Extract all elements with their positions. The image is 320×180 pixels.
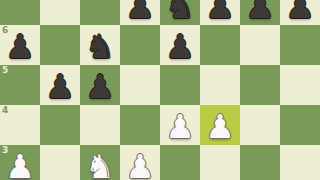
square-e7[interactable]: ♞	[160, 0, 200, 25]
chess-board[interactable]: ♟♞♟♟♟6♟♞♟5♟♟4♟♟3♟♞♟	[0, 0, 320, 180]
square-d4[interactable]	[120, 105, 160, 145]
square-d6[interactable]	[120, 25, 160, 65]
black-pawn-h7[interactable]: ♟	[280, 0, 320, 25]
square-f6[interactable]	[200, 25, 240, 65]
square-d7[interactable]: ♟	[120, 0, 160, 25]
square-h5[interactable]	[280, 65, 320, 105]
square-h4[interactable]	[280, 105, 320, 145]
square-h3[interactable]	[280, 145, 320, 180]
white-pawn-d3[interactable]: ♟	[120, 145, 160, 180]
square-b3[interactable]	[40, 145, 80, 180]
square-b4[interactable]	[40, 105, 80, 145]
square-g4[interactable]	[240, 105, 280, 145]
square-g3[interactable]	[240, 145, 280, 180]
square-f3[interactable]	[200, 145, 240, 180]
square-f7[interactable]: ♟	[200, 0, 240, 25]
black-pawn-c5[interactable]: ♟	[80, 65, 120, 105]
square-a6[interactable]: 6♟	[0, 25, 40, 65]
square-e4[interactable]: ♟	[160, 105, 200, 145]
square-f5[interactable]	[200, 65, 240, 105]
square-d3[interactable]: ♟	[120, 145, 160, 180]
square-g6[interactable]	[240, 25, 280, 65]
board-viewport: ♟♞♟♟♟6♟♞♟5♟♟4♟♟3♟♞♟	[0, 0, 320, 180]
rank-label-4: 4	[2, 106, 8, 115]
square-c4[interactable]	[80, 105, 120, 145]
square-a4[interactable]: 4	[0, 105, 40, 145]
black-knight-e7[interactable]: ♞	[160, 0, 200, 25]
square-g5[interactable]	[240, 65, 280, 105]
square-b7[interactable]	[40, 0, 80, 25]
black-pawn-d7[interactable]: ♟	[120, 0, 160, 25]
square-b6[interactable]	[40, 25, 80, 65]
square-h6[interactable]	[280, 25, 320, 65]
black-knight-c6[interactable]: ♞	[80, 25, 120, 65]
square-c5[interactable]: ♟	[80, 65, 120, 105]
white-pawn-e4[interactable]: ♟	[160, 105, 200, 145]
rank-label-5: 5	[2, 66, 8, 75]
black-pawn-b5[interactable]: ♟	[40, 65, 80, 105]
square-f4[interactable]: ♟	[200, 105, 240, 145]
square-c6[interactable]: ♞	[80, 25, 120, 65]
square-h7[interactable]: ♟	[280, 0, 320, 25]
square-c3[interactable]: ♞	[80, 145, 120, 180]
black-pawn-a6[interactable]: ♟	[0, 25, 40, 65]
white-pawn-f4[interactable]: ♟	[200, 105, 240, 145]
square-e5[interactable]	[160, 65, 200, 105]
square-a3[interactable]: 3♟	[0, 145, 40, 180]
black-pawn-f7[interactable]: ♟	[200, 0, 240, 25]
square-a7[interactable]	[0, 0, 40, 25]
square-e6[interactable]: ♟	[160, 25, 200, 65]
black-pawn-g7[interactable]: ♟	[240, 0, 280, 25]
white-pawn-a3[interactable]: ♟	[0, 145, 40, 180]
square-d5[interactable]	[120, 65, 160, 105]
black-pawn-e6[interactable]: ♟	[160, 25, 200, 65]
white-knight-c3[interactable]: ♞	[80, 145, 120, 180]
square-e3[interactable]	[160, 145, 200, 180]
square-c7[interactable]	[80, 0, 120, 25]
square-a5[interactable]: 5	[0, 65, 40, 105]
square-b5[interactable]: ♟	[40, 65, 80, 105]
square-g7[interactable]: ♟	[240, 0, 280, 25]
